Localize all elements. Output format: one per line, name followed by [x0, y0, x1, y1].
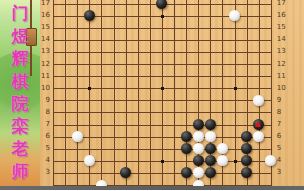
row-label-right: 17: [277, 0, 286, 7]
row-label-left: 13: [40, 48, 50, 55]
row-label-right: 14: [277, 36, 286, 43]
grid-line-horizontal: [53, 52, 272, 53]
stone-black[interactable]: [84, 10, 95, 21]
last-move-marker-triangle: [255, 121, 261, 127]
row-label-left: 5: [40, 145, 50, 152]
grid-line-horizontal: [53, 40, 272, 41]
grid-line-horizontal: [53, 28, 272, 29]
grid-line-horizontal: [53, 76, 272, 77]
sidebar-character: 师: [12, 160, 29, 183]
stone-black[interactable]: [241, 143, 252, 154]
stone-black[interactable]: [205, 143, 216, 154]
row-label-right: 5: [277, 145, 281, 152]
row-label-left: 8: [40, 109, 50, 116]
row-label-right: 13: [277, 48, 286, 55]
row-label-right: 11: [277, 73, 286, 80]
stone-black[interactable]: [241, 155, 252, 166]
sidebar-character: 门: [12, 2, 29, 25]
grid-line-horizontal: [53, 64, 272, 65]
stone-black[interactable]: [181, 167, 192, 178]
stone-white[interactable]: [193, 131, 204, 142]
row-label-right: 3: [277, 169, 281, 176]
star-point: [88, 87, 91, 90]
row-label-right: 12: [277, 61, 286, 68]
grid-line-horizontal: [53, 149, 272, 150]
stone-black[interactable]: [241, 167, 252, 178]
sidebar-artwork: 门煜辉棋院栾老师: [0, 0, 40, 190]
sidebar-vertical-text: 门煜辉棋院栾老师: [7, 2, 33, 182]
stone-white[interactable]: [217, 143, 228, 154]
row-label-right: 6: [277, 133, 281, 140]
stone-black[interactable]: [241, 131, 252, 142]
stone-white[interactable]: [205, 131, 216, 142]
row-label-right: 4: [277, 157, 281, 164]
star-point: [161, 15, 164, 18]
row-label-right: 15: [277, 24, 286, 31]
stone-white[interactable]: [217, 155, 228, 166]
grid-line-horizontal: [53, 112, 272, 113]
stone-black[interactable]: [120, 167, 131, 178]
stone-white[interactable]: [84, 155, 95, 166]
row-label-left: 15: [40, 24, 50, 31]
star-point: [234, 87, 237, 90]
sidebar-character: 煜: [12, 25, 29, 48]
sidebar-character: 院: [12, 92, 29, 115]
stone-black[interactable]: [205, 119, 216, 130]
star-point: [234, 160, 237, 163]
sidebar-character: 老: [12, 137, 29, 160]
stone-black[interactable]: [205, 167, 216, 178]
star-point: [161, 87, 164, 90]
stone-white[interactable]: [253, 131, 264, 142]
grid-line-horizontal: [53, 137, 272, 138]
row-label-left: 17: [40, 0, 50, 7]
row-label-left: 12: [40, 61, 50, 68]
row-label-left: 9: [40, 97, 50, 104]
row-label-right: 10: [277, 85, 286, 92]
stone-white[interactable]: [265, 155, 276, 166]
row-label-left: 10: [40, 85, 50, 92]
row-label-right: 7: [277, 121, 281, 128]
stone-black[interactable]: [193, 155, 204, 166]
stone-white[interactable]: [72, 131, 83, 142]
bottom-status-bar: [0, 186, 304, 191]
go-app-screen: 门煜辉棋院栾老师 1717161615151414131312121111101…: [0, 0, 304, 190]
row-label-left: 11: [40, 73, 50, 80]
row-label-left: 4: [40, 157, 50, 164]
stone-white[interactable]: [253, 95, 264, 106]
grid-line-horizontal: [53, 173, 272, 174]
sidebar-character: 栾: [12, 115, 29, 138]
stone-black[interactable]: [156, 0, 167, 9]
sidebar-character: 棋: [12, 70, 29, 93]
row-label-right: 8: [277, 109, 281, 116]
row-label-left: 7: [40, 121, 50, 128]
grid-line-horizontal: [53, 125, 272, 126]
stone-black[interactable]: [193, 119, 204, 130]
row-label-left: 14: [40, 36, 50, 43]
row-label-right: 16: [277, 12, 286, 19]
sidebar-character: 辉: [12, 47, 29, 70]
row-label-right: 9: [277, 97, 281, 104]
stone-white[interactable]: [229, 10, 240, 21]
stone-black[interactable]: [181, 143, 192, 154]
row-label-left: 3: [40, 169, 50, 176]
stone-black[interactable]: [181, 131, 192, 142]
row-label-left: 6: [40, 133, 50, 140]
stone-white[interactable]: [193, 167, 204, 178]
go-board[interactable]: 1717161615151414131312121111101099887766…: [40, 0, 304, 190]
star-point: [161, 160, 164, 163]
stone-white[interactable]: [193, 143, 204, 154]
stone-black[interactable]: [205, 155, 216, 166]
grid-line-horizontal: [53, 100, 272, 101]
row-label-left: 16: [40, 12, 50, 19]
